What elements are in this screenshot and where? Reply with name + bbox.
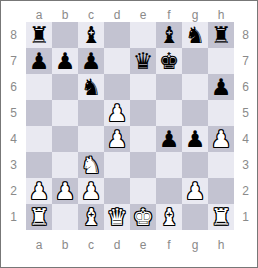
- rank-labels-right: 87654321: [234, 22, 257, 230]
- square-g2[interactable]: ♟: [182, 178, 208, 204]
- piece-black-rook-a8[interactable]: ♜: [29, 22, 50, 48]
- piece-black-pawn-f4[interactable]: ♟: [159, 126, 180, 152]
- chess-diagram: abcdefgh 87654321 ♜♝♝♞♜♟♟♟♛♚♞♟♟♟♟♟♟♞♟♟♟♟…: [0, 0, 258, 268]
- piece-white-king-e1[interactable]: ♚: [133, 204, 154, 230]
- square-f7[interactable]: ♚: [156, 48, 182, 74]
- piece-white-bishop-f1[interactable]: ♝: [159, 204, 180, 230]
- rank-label-8: 8: [10, 29, 17, 41]
- piece-black-pawn-b7[interactable]: ♟: [55, 48, 76, 74]
- square-g4[interactable]: ♟: [182, 126, 208, 152]
- square-f5[interactable]: [156, 100, 182, 126]
- piece-white-rook-h1[interactable]: ♜: [211, 204, 232, 230]
- square-a6[interactable]: [26, 74, 52, 100]
- square-d8[interactable]: [104, 22, 130, 48]
- square-b3[interactable]: [52, 152, 78, 178]
- square-g8[interactable]: ♞: [182, 22, 208, 48]
- piece-white-bishop-c1[interactable]: ♝: [81, 204, 102, 230]
- square-e4[interactable]: [130, 126, 156, 152]
- square-a7[interactable]: ♟: [26, 48, 52, 74]
- file-label-g: g: [192, 9, 199, 21]
- square-c7[interactable]: ♟: [78, 48, 104, 74]
- piece-white-queen-d1[interactable]: ♛: [107, 204, 128, 230]
- square-g1[interactable]: [182, 204, 208, 230]
- square-h7[interactable]: [208, 48, 234, 74]
- square-h3[interactable]: [208, 152, 234, 178]
- file-label-f: f: [167, 9, 170, 21]
- square-e5[interactable]: [130, 100, 156, 126]
- square-g5[interactable]: [182, 100, 208, 126]
- square-b7[interactable]: ♟: [52, 48, 78, 74]
- piece-white-rook-a1[interactable]: ♜: [29, 204, 50, 230]
- square-h5[interactable]: [208, 100, 234, 126]
- square-d3[interactable]: [104, 152, 130, 178]
- piece-white-pawn-d4[interactable]: ♟: [107, 126, 128, 152]
- square-h1[interactable]: ♜: [208, 204, 234, 230]
- square-h2[interactable]: [208, 178, 234, 204]
- piece-white-pawn-h4[interactable]: ♟: [211, 126, 232, 152]
- square-e7[interactable]: ♛: [130, 48, 156, 74]
- file-labels-bottom: abcdefgh: [26, 230, 234, 266]
- rank-label-4: 4: [242, 133, 249, 145]
- square-b4[interactable]: [52, 126, 78, 152]
- square-d4[interactable]: ♟: [104, 126, 130, 152]
- piece-black-rook-h8[interactable]: ♜: [211, 22, 232, 48]
- piece-white-pawn-a2[interactable]: ♟: [29, 178, 50, 204]
- square-f3[interactable]: [156, 152, 182, 178]
- square-g3[interactable]: [182, 152, 208, 178]
- square-c5[interactable]: [78, 100, 104, 126]
- square-a3[interactable]: [26, 152, 52, 178]
- square-e3[interactable]: [130, 152, 156, 178]
- square-d1[interactable]: ♛: [104, 204, 130, 230]
- rank-label-5: 5: [242, 107, 249, 119]
- rank-label-5: 5: [10, 107, 17, 119]
- square-e2[interactable]: [130, 178, 156, 204]
- square-c2[interactable]: ♟: [78, 178, 104, 204]
- piece-black-pawn-a7[interactable]: ♟: [29, 48, 50, 74]
- square-b6[interactable]: [52, 74, 78, 100]
- rank-label-1: 1: [10, 211, 17, 223]
- piece-black-knight-g8[interactable]: ♞: [185, 22, 206, 48]
- piece-black-knight-c6[interactable]: ♞: [81, 74, 102, 100]
- piece-black-bishop-f8[interactable]: ♝: [159, 22, 180, 48]
- square-b2[interactable]: ♟: [52, 178, 78, 204]
- file-label-e: e: [140, 9, 147, 21]
- square-b8[interactable]: [52, 22, 78, 48]
- square-d2[interactable]: [104, 178, 130, 204]
- rank-label-2: 2: [242, 185, 249, 197]
- square-h6[interactable]: ♟: [208, 74, 234, 100]
- square-f8[interactable]: ♝: [156, 22, 182, 48]
- rank-label-6: 6: [10, 81, 17, 93]
- square-d6[interactable]: [104, 74, 130, 100]
- rank-label-7: 7: [242, 55, 249, 67]
- square-f4[interactable]: ♟: [156, 126, 182, 152]
- square-a5[interactable]: [26, 100, 52, 126]
- file-label-f: f: [167, 239, 170, 251]
- square-a8[interactable]: ♜: [26, 22, 52, 48]
- file-label-e: e: [140, 239, 147, 251]
- square-c1[interactable]: ♝: [78, 204, 104, 230]
- square-c6[interactable]: ♞: [78, 74, 104, 100]
- piece-black-pawn-g4[interactable]: ♟: [185, 126, 206, 152]
- chess-board: ♜♝♝♞♜♟♟♟♛♚♞♟♟♟♟♟♟♞♟♟♟♟♜♝♛♚♝♜: [26, 22, 234, 230]
- square-g6[interactable]: [182, 74, 208, 100]
- rank-label-3: 3: [242, 159, 249, 171]
- file-label-g: g: [192, 239, 199, 251]
- piece-black-bishop-c8[interactable]: ♝: [81, 22, 102, 48]
- file-label-a: a: [36, 239, 43, 251]
- rank-label-8: 8: [242, 29, 249, 41]
- square-d5[interactable]: ♟: [104, 100, 130, 126]
- file-label-c: c: [88, 9, 94, 21]
- piece-black-queen-e7[interactable]: ♛: [133, 48, 154, 74]
- piece-white-pawn-g2[interactable]: ♟: [185, 178, 206, 204]
- square-e8[interactable]: [130, 22, 156, 48]
- square-h8[interactable]: ♜: [208, 22, 234, 48]
- piece-white-pawn-b2[interactable]: ♟: [55, 178, 76, 204]
- rank-label-1: 1: [242, 211, 249, 223]
- file-label-d: d: [114, 239, 121, 251]
- file-label-c: c: [88, 239, 94, 251]
- piece-white-pawn-d5[interactable]: ♟: [107, 100, 128, 126]
- piece-white-knight-c3[interactable]: ♞: [81, 152, 102, 178]
- square-e6[interactable]: [130, 74, 156, 100]
- rank-label-6: 6: [242, 81, 249, 93]
- square-d7[interactable]: [104, 48, 130, 74]
- rank-label-3: 3: [10, 159, 17, 171]
- rank-labels-left: 87654321: [1, 22, 26, 230]
- file-label-h: h: [218, 239, 225, 251]
- square-a1[interactable]: ♜: [26, 204, 52, 230]
- piece-black-pawn-c7[interactable]: ♟: [81, 48, 102, 74]
- rank-label-4: 4: [10, 133, 17, 145]
- square-g7[interactable]: [182, 48, 208, 74]
- file-labels-top: abcdefgh: [26, 1, 234, 22]
- square-c8[interactable]: ♝: [78, 22, 104, 48]
- piece-black-pawn-h6[interactable]: ♟: [211, 74, 232, 100]
- piece-black-king-f7[interactable]: ♚: [159, 48, 180, 74]
- rank-label-7: 7: [10, 55, 17, 67]
- square-b1[interactable]: [52, 204, 78, 230]
- rank-label-2: 2: [10, 185, 17, 197]
- file-label-h: h: [218, 9, 225, 21]
- file-label-d: d: [114, 9, 121, 21]
- square-f2[interactable]: [156, 178, 182, 204]
- square-f6[interactable]: [156, 74, 182, 100]
- square-e1[interactable]: ♚: [130, 204, 156, 230]
- square-a4[interactable]: [26, 126, 52, 152]
- file-label-a: a: [36, 9, 43, 21]
- square-c4[interactable]: [78, 126, 104, 152]
- square-a2[interactable]: ♟: [26, 178, 52, 204]
- square-c3[interactable]: ♞: [78, 152, 104, 178]
- square-h4[interactable]: ♟: [208, 126, 234, 152]
- square-b5[interactable]: [52, 100, 78, 126]
- file-label-b: b: [62, 9, 69, 21]
- piece-white-pawn-c2[interactable]: ♟: [81, 178, 102, 204]
- file-label-b: b: [62, 239, 69, 251]
- square-f1[interactable]: ♝: [156, 204, 182, 230]
